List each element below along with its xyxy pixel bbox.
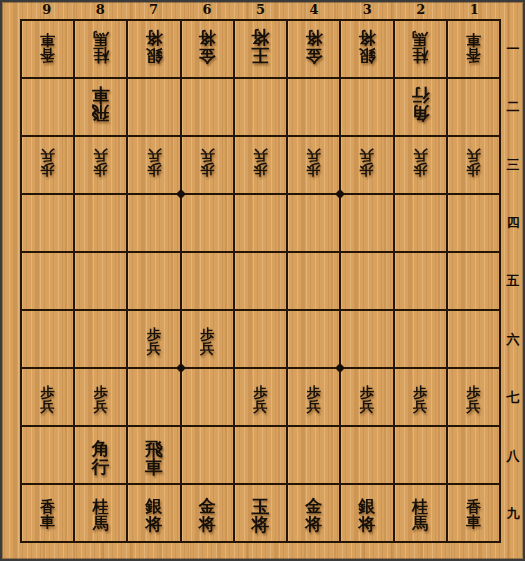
square-4三[interactable]: 歩兵 <box>288 137 339 193</box>
square-5六[interactable] <box>235 311 286 367</box>
piece-face: 歩兵 <box>137 142 172 188</box>
piece-face: 飛車 <box>78 81 123 133</box>
square-9九[interactable]: 香車 <box>22 485 73 541</box>
piece-face: 歩兵 <box>137 316 172 362</box>
square-6四[interactable] <box>182 195 233 251</box>
piece-face: 金将 <box>186 24 228 74</box>
piece-face: 歩兵 <box>296 374 331 420</box>
piece-face: 金将 <box>293 24 335 74</box>
sente-king-piece[interactable]: 玉将 <box>237 487 283 539</box>
square-5八[interactable] <box>235 427 286 483</box>
square-3四[interactable] <box>341 195 392 251</box>
file-label-4: 4 <box>287 0 340 18</box>
square-3七[interactable]: 歩兵 <box>341 369 392 425</box>
square-9六[interactable] <box>22 311 73 367</box>
piece-face: 銀将 <box>133 24 175 74</box>
file-label-8: 8 <box>73 0 126 18</box>
piece-face: 歩兵 <box>83 374 118 420</box>
piece-face: 歩兵 <box>403 142 438 188</box>
piece-face: 歩兵 <box>296 142 331 188</box>
piece-face: 桂馬 <box>400 25 440 73</box>
square-3一[interactable]: 銀将 <box>341 21 392 77</box>
gote-pawn-piece[interactable]: 歩兵 <box>190 142 225 188</box>
piece-face: 香車 <box>455 25 492 73</box>
square-9五[interactable] <box>22 253 73 309</box>
gote-rook-piece[interactable]: 飛車 <box>78 81 123 133</box>
square-2一[interactable]: 桂馬 <box>395 21 446 77</box>
square-5五[interactable] <box>235 253 286 309</box>
piece-face: 歩兵 <box>30 374 65 420</box>
gote-pawn-piece[interactable]: 歩兵 <box>349 142 384 188</box>
square-7八[interactable]: 飛車 <box>128 427 179 483</box>
square-1四[interactable] <box>448 195 499 251</box>
piece-face: 歩兵 <box>403 374 438 420</box>
square-1八[interactable] <box>448 427 499 483</box>
piece-face: 歩兵 <box>30 142 65 188</box>
file-label-5: 5 <box>234 0 287 18</box>
square-1七[interactable]: 歩兵 <box>448 369 499 425</box>
sente-pawn-piece[interactable]: 歩兵 <box>243 374 278 420</box>
rank-label-2: 二 <box>502 77 524 135</box>
square-1五[interactable] <box>448 253 499 309</box>
square-2五[interactable] <box>395 253 446 309</box>
piece-face: 金将 <box>186 488 228 538</box>
square-8三[interactable]: 歩兵 <box>75 137 126 193</box>
square-5七[interactable]: 歩兵 <box>235 369 286 425</box>
piece-face: 角行 <box>78 429 123 481</box>
rank-label-8: 八 <box>502 427 524 485</box>
square-5三[interactable]: 歩兵 <box>235 137 286 193</box>
piece-face: 桂馬 <box>81 489 121 537</box>
shogi-board[interactable]: 香車桂馬銀将金将王将金将銀将桂馬香車飛車角行歩兵歩兵歩兵歩兵歩兵歩兵歩兵歩兵歩兵… <box>20 19 501 543</box>
piece-face: 香車 <box>29 25 66 73</box>
square-7三[interactable]: 歩兵 <box>128 137 179 193</box>
file-label-6: 6 <box>180 0 233 18</box>
sente-rook-piece[interactable]: 飛車 <box>132 429 177 481</box>
rank-label-5: 五 <box>502 252 524 310</box>
square-9一[interactable]: 香車 <box>22 21 73 77</box>
gote-pawn-piece[interactable]: 歩兵 <box>296 142 331 188</box>
square-9二[interactable] <box>22 79 73 135</box>
square-9八[interactable] <box>22 427 73 483</box>
square-2八[interactable] <box>395 427 446 483</box>
sente-pawn-piece[interactable]: 歩兵 <box>296 374 331 420</box>
square-6二[interactable] <box>182 79 233 135</box>
square-6六[interactable]: 歩兵 <box>182 311 233 367</box>
square-6一[interactable]: 金将 <box>182 21 233 77</box>
square-6七[interactable] <box>182 369 233 425</box>
piece-face: 銀将 <box>346 24 388 74</box>
piece-face: 歩兵 <box>83 142 118 188</box>
sente-pawn-piece[interactable]: 歩兵 <box>190 316 225 362</box>
square-9三[interactable]: 歩兵 <box>22 137 73 193</box>
gote-pawn-piece[interactable]: 歩兵 <box>243 142 278 188</box>
piece-face: 銀将 <box>346 488 388 538</box>
square-1一[interactable]: 香車 <box>448 21 499 77</box>
square-8八[interactable]: 角行 <box>75 427 126 483</box>
sente-pawn-piece[interactable]: 歩兵 <box>403 374 438 420</box>
piece-face: 金将 <box>293 488 335 538</box>
square-2四[interactable] <box>395 195 446 251</box>
square-3五[interactable] <box>341 253 392 309</box>
sente-pawn-piece[interactable]: 歩兵 <box>137 316 172 362</box>
square-2三[interactable]: 歩兵 <box>395 137 446 193</box>
file-label-2: 2 <box>394 0 447 18</box>
square-3九[interactable]: 銀将 <box>341 485 392 541</box>
square-2二[interactable]: 角行 <box>395 79 446 135</box>
square-8四[interactable] <box>75 195 126 251</box>
sente-bishop-piece[interactable]: 角行 <box>78 429 123 481</box>
square-7四[interactable] <box>128 195 179 251</box>
square-1三[interactable]: 歩兵 <box>448 137 499 193</box>
sente-pawn-piece[interactable]: 歩兵 <box>456 374 491 420</box>
sente-lance-piece[interactable]: 香車 <box>29 489 66 537</box>
sente-lance-piece[interactable]: 香車 <box>455 489 492 537</box>
piece-face: 歩兵 <box>243 374 278 420</box>
gote-gold-piece[interactable]: 金将 <box>186 24 228 74</box>
square-8一[interactable]: 桂馬 <box>75 21 126 77</box>
square-8二[interactable]: 飛車 <box>75 79 126 135</box>
square-9七[interactable]: 歩兵 <box>22 369 73 425</box>
square-5九[interactable]: 玉将 <box>235 485 286 541</box>
gote-lance-piece[interactable]: 香車 <box>29 25 66 73</box>
rank-label-1: 一 <box>502 19 524 77</box>
square-1二[interactable] <box>448 79 499 135</box>
square-6八[interactable] <box>182 427 233 483</box>
square-4一[interactable]: 金将 <box>288 21 339 77</box>
sente-pawn-piece[interactable]: 歩兵 <box>349 374 384 420</box>
square-2九[interactable]: 桂馬 <box>395 485 446 541</box>
sente-silver-piece[interactable]: 銀将 <box>133 488 175 538</box>
square-7二[interactable] <box>128 79 179 135</box>
piece-face: 桂馬 <box>81 25 121 73</box>
sente-knight-piece[interactable]: 桂馬 <box>81 489 121 537</box>
square-6五[interactable] <box>182 253 233 309</box>
piece-face: 桂馬 <box>400 489 440 537</box>
square-7七[interactable] <box>128 369 179 425</box>
square-7一[interactable]: 銀将 <box>128 21 179 77</box>
sente-pawn-piece[interactable]: 歩兵 <box>83 374 118 420</box>
rank-label-9: 九 <box>502 485 524 543</box>
square-9四[interactable] <box>22 195 73 251</box>
piece-face: 歩兵 <box>190 142 225 188</box>
piece-face: 香車 <box>29 489 66 537</box>
file-coordinate-labels: 987654321 <box>20 0 501 18</box>
square-8六[interactable] <box>75 311 126 367</box>
square-3三[interactable]: 歩兵 <box>341 137 392 193</box>
rank-label-4: 四 <box>502 194 524 252</box>
file-label-7: 7 <box>127 0 180 18</box>
square-4七[interactable]: 歩兵 <box>288 369 339 425</box>
piece-face: 歩兵 <box>349 142 384 188</box>
rank-coordinate-labels: 一二三四五六七八九 <box>502 19 524 543</box>
square-4六[interactable] <box>288 311 339 367</box>
square-4五[interactable] <box>288 253 339 309</box>
gote-knight-piece[interactable]: 桂馬 <box>400 25 440 73</box>
gote-pawn-piece[interactable]: 歩兵 <box>456 142 491 188</box>
piece-face: 歩兵 <box>456 142 491 188</box>
gote-pawn-piece[interactable]: 歩兵 <box>403 142 438 188</box>
square-2六[interactable] <box>395 311 446 367</box>
square-2七[interactable]: 歩兵 <box>395 369 446 425</box>
piece-face: 歩兵 <box>349 374 384 420</box>
piece-face: 飛車 <box>132 429 177 481</box>
gote-pawn-piece[interactable]: 歩兵 <box>137 142 172 188</box>
square-7九[interactable]: 銀将 <box>128 485 179 541</box>
gote-silver-piece[interactable]: 銀将 <box>133 24 175 74</box>
piece-face: 香車 <box>455 489 492 537</box>
file-label-3: 3 <box>341 0 394 18</box>
piece-face: 玉将 <box>237 487 283 539</box>
piece-face: 歩兵 <box>190 316 225 362</box>
square-5一[interactable]: 王将 <box>235 21 286 77</box>
gote-bishop-piece[interactable]: 角行 <box>398 81 443 133</box>
file-label-9: 9 <box>20 0 73 18</box>
gote-pawn-piece[interactable]: 歩兵 <box>83 142 118 188</box>
sente-knight-piece[interactable]: 桂馬 <box>400 489 440 537</box>
square-7六[interactable]: 歩兵 <box>128 311 179 367</box>
square-1九[interactable]: 香車 <box>448 485 499 541</box>
square-7五[interactable] <box>128 253 179 309</box>
gote-king-piece[interactable]: 王将 <box>237 23 283 75</box>
gote-silver-piece[interactable]: 銀将 <box>346 24 388 74</box>
square-4八[interactable] <box>288 427 339 483</box>
piece-face: 歩兵 <box>456 374 491 420</box>
sente-pawn-piece[interactable]: 歩兵 <box>30 374 65 420</box>
sente-silver-piece[interactable]: 銀将 <box>346 488 388 538</box>
rank-label-7: 七 <box>502 368 524 426</box>
square-6三[interactable]: 歩兵 <box>182 137 233 193</box>
square-8七[interactable]: 歩兵 <box>75 369 126 425</box>
square-5二[interactable] <box>235 79 286 135</box>
gote-lance-piece[interactable]: 香車 <box>455 25 492 73</box>
square-8五[interactable] <box>75 253 126 309</box>
square-6九[interactable]: 金将 <box>182 485 233 541</box>
square-3六[interactable] <box>341 311 392 367</box>
piece-face: 銀将 <box>133 488 175 538</box>
sente-gold-piece[interactable]: 金将 <box>293 488 335 538</box>
gote-knight-piece[interactable]: 桂馬 <box>81 25 121 73</box>
file-label-1: 1 <box>448 0 501 18</box>
square-3二[interactable] <box>341 79 392 135</box>
piece-face: 角行 <box>398 81 443 133</box>
rank-label-6: 六 <box>502 310 524 368</box>
square-4四[interactable] <box>288 195 339 251</box>
gote-pawn-piece[interactable]: 歩兵 <box>30 142 65 188</box>
square-8九[interactable]: 桂馬 <box>75 485 126 541</box>
shogi-app-window: 987654321 一二三四五六七八九 香車桂馬銀将金将王将金将銀将桂馬香車飛車… <box>0 0 525 561</box>
gote-gold-piece[interactable]: 金将 <box>293 24 335 74</box>
square-5四[interactable] <box>235 195 286 251</box>
rank-label-3: 三 <box>502 135 524 193</box>
square-1六[interactable] <box>448 311 499 367</box>
square-4二[interactable] <box>288 79 339 135</box>
piece-face: 歩兵 <box>243 142 278 188</box>
piece-face: 王将 <box>237 23 283 75</box>
square-3八[interactable] <box>341 427 392 483</box>
square-4九[interactable]: 金将 <box>288 485 339 541</box>
sente-gold-piece[interactable]: 金将 <box>186 488 228 538</box>
